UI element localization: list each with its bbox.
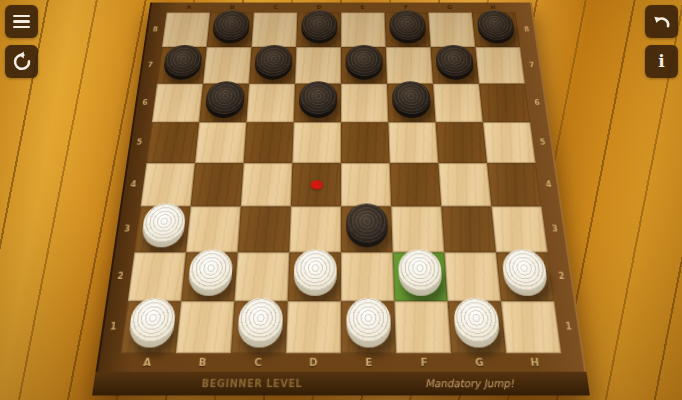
square-a7[interactable] xyxy=(157,47,207,84)
piece-top xyxy=(254,45,292,76)
black-piece[interactable] xyxy=(345,48,383,79)
square-f3 xyxy=(391,206,444,252)
file-label: B xyxy=(174,353,231,372)
piece-top xyxy=(452,298,500,342)
square-g1[interactable] xyxy=(448,301,507,353)
square-c5[interactable] xyxy=(244,122,294,163)
piece-top xyxy=(391,81,431,114)
piece-top xyxy=(237,298,283,342)
file-label: A xyxy=(167,3,212,13)
square-b2[interactable] xyxy=(181,252,238,301)
square-g2 xyxy=(444,252,501,301)
white-piece[interactable] xyxy=(127,303,176,347)
square-c2 xyxy=(234,252,289,301)
square-e4 xyxy=(341,163,391,206)
square-f1 xyxy=(394,301,451,353)
hint-dot xyxy=(310,180,322,189)
piece-top xyxy=(212,10,250,39)
square-f7 xyxy=(386,47,433,84)
square-g5[interactable] xyxy=(436,122,487,163)
piece-top xyxy=(346,204,388,243)
piece-top xyxy=(389,10,426,39)
square-b7 xyxy=(203,47,251,84)
square-h8[interactable] xyxy=(472,12,520,47)
black-piece[interactable] xyxy=(254,48,293,79)
black-piece[interactable] xyxy=(298,85,337,118)
white-piece[interactable] xyxy=(187,254,233,295)
square-d4[interactable] xyxy=(291,163,341,206)
square-g4 xyxy=(438,163,491,206)
square-a2 xyxy=(128,252,186,301)
black-piece[interactable] xyxy=(389,14,427,43)
square-e7[interactable] xyxy=(341,47,387,84)
file-labels-top: ABCDEFGH xyxy=(167,3,516,13)
square-b3 xyxy=(186,206,241,252)
piece-top xyxy=(346,298,391,342)
file-labels-bottom: ABCDEFGH xyxy=(118,353,563,372)
hamburger-icon xyxy=(13,15,30,29)
white-piece[interactable] xyxy=(140,208,186,247)
black-piece[interactable] xyxy=(435,48,475,79)
piece-top xyxy=(187,249,233,290)
file-label: H xyxy=(506,353,564,372)
white-piece[interactable] xyxy=(346,303,391,347)
rotate-board-button[interactable] xyxy=(5,45,38,78)
piece-top xyxy=(301,10,337,39)
rotate-icon xyxy=(11,51,33,73)
square-e1[interactable] xyxy=(341,301,396,353)
square-e8 xyxy=(341,12,386,47)
piece-top xyxy=(127,298,176,342)
undo-button[interactable] xyxy=(645,5,678,38)
square-e2 xyxy=(341,252,394,301)
piece-top xyxy=(298,81,336,114)
square-d5 xyxy=(292,122,341,163)
checkers-board: ABCDEFGH 87654321 87654321 ABCDEFGH BEGI… xyxy=(92,3,590,396)
file-label: G xyxy=(428,3,472,13)
square-h7 xyxy=(475,47,525,84)
piece-top xyxy=(204,81,245,114)
file-label: D xyxy=(285,353,341,372)
square-b5 xyxy=(195,122,246,163)
square-e6 xyxy=(341,84,388,123)
undo-icon xyxy=(651,11,673,33)
piece-top xyxy=(434,45,474,76)
file-label: E xyxy=(341,353,397,372)
white-piece[interactable] xyxy=(236,303,282,347)
square-h3 xyxy=(491,206,547,252)
square-a4 xyxy=(141,163,195,206)
square-a3[interactable] xyxy=(134,206,190,252)
square-g6 xyxy=(433,84,483,123)
square-g3[interactable] xyxy=(441,206,496,252)
square-h6[interactable] xyxy=(479,84,530,123)
piece-top xyxy=(162,45,203,76)
square-h2[interactable] xyxy=(496,252,554,301)
file-label: G xyxy=(451,353,508,372)
square-h4[interactable] xyxy=(487,163,541,206)
square-c8 xyxy=(251,12,297,47)
file-label: A xyxy=(118,353,176,372)
square-d6[interactable] xyxy=(294,84,341,123)
info-icon: i xyxy=(658,53,664,70)
square-b4[interactable] xyxy=(191,163,244,206)
square-f5 xyxy=(388,122,438,163)
square-c1[interactable] xyxy=(231,301,288,353)
piece-top xyxy=(500,249,548,290)
square-a1[interactable] xyxy=(121,301,181,353)
square-b1 xyxy=(176,301,235,353)
menu-button[interactable] xyxy=(5,5,38,38)
black-piece[interactable] xyxy=(162,48,203,79)
info-button[interactable]: i xyxy=(645,45,678,78)
square-e3[interactable] xyxy=(341,206,393,252)
square-c7[interactable] xyxy=(249,47,296,84)
file-label: F xyxy=(396,353,452,372)
black-piece[interactable] xyxy=(346,208,388,247)
square-d8[interactable] xyxy=(296,12,341,47)
black-piece[interactable] xyxy=(391,85,431,118)
square-c4 xyxy=(241,163,293,206)
piece-top xyxy=(293,249,336,290)
file-label: C xyxy=(230,353,286,372)
white-piece[interactable] xyxy=(293,254,336,295)
square-c3[interactable] xyxy=(238,206,291,252)
square-a6 xyxy=(152,84,203,123)
square-f2[interactable] xyxy=(393,252,448,301)
square-b8[interactable] xyxy=(207,12,254,47)
black-piece[interactable] xyxy=(211,14,250,43)
white-piece[interactable] xyxy=(397,254,442,295)
piece-top xyxy=(345,45,382,76)
square-c6 xyxy=(246,84,295,123)
black-piece[interactable] xyxy=(476,14,515,43)
board-grid xyxy=(121,12,561,353)
file-label: C xyxy=(254,3,298,13)
square-d2[interactable] xyxy=(288,252,341,301)
square-d7 xyxy=(295,47,341,84)
square-h5 xyxy=(483,122,536,163)
square-d1 xyxy=(286,301,341,353)
piece-top xyxy=(476,10,515,39)
square-f4[interactable] xyxy=(390,163,442,206)
piece-top xyxy=(140,204,186,243)
square-a8 xyxy=(162,12,210,47)
white-piece[interactable] xyxy=(453,303,501,347)
square-h1 xyxy=(501,301,561,353)
level-status: BEGINNER LEVEL xyxy=(201,372,303,396)
piece-top xyxy=(397,249,442,290)
file-label: E xyxy=(341,3,385,13)
square-d3 xyxy=(289,206,341,252)
black-piece[interactable] xyxy=(204,85,245,118)
square-a5[interactable] xyxy=(146,122,199,163)
square-b6[interactable] xyxy=(199,84,249,123)
square-e5[interactable] xyxy=(341,122,390,163)
square-f8[interactable] xyxy=(385,12,431,47)
white-piece[interactable] xyxy=(501,254,549,295)
rule-status: Mandatory Jump! xyxy=(425,372,516,396)
square-f6[interactable] xyxy=(387,84,436,123)
square-g8 xyxy=(428,12,475,47)
black-piece[interactable] xyxy=(300,14,337,43)
square-g7[interactable] xyxy=(431,47,479,84)
board-front-face: BEGINNER LEVEL Mandatory Jump! xyxy=(92,372,590,396)
